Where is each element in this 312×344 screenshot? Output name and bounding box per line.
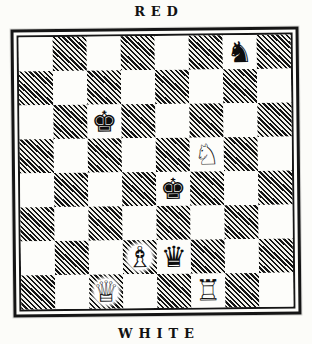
square-b3[interactable]: [54, 207, 88, 241]
board-grid: ♞♚♘♚♗♛♕♖: [19, 35, 294, 310]
square-e6[interactable]: [155, 104, 189, 138]
white-knight[interactable]: ♘: [191, 137, 223, 171]
square-c8[interactable]: [87, 36, 121, 70]
square-g3[interactable]: [224, 205, 258, 239]
square-h2[interactable]: [259, 239, 293, 273]
square-d8[interactable]: [121, 36, 155, 70]
square-f4[interactable]: [190, 171, 224, 205]
square-h4[interactable]: [258, 171, 292, 205]
square-b6[interactable]: [53, 105, 87, 139]
square-e8[interactable]: [155, 36, 189, 70]
white-rook[interactable]: ♖: [192, 273, 224, 307]
square-g4[interactable]: [224, 171, 258, 205]
square-a2[interactable]: [21, 241, 55, 275]
square-e1[interactable]: [157, 274, 191, 308]
red-knight[interactable]: ♞: [224, 35, 256, 69]
square-a8[interactable]: [19, 37, 53, 71]
square-b7[interactable]: [53, 71, 87, 105]
square-g1[interactable]: [225, 273, 259, 307]
square-h6[interactable]: [257, 103, 291, 137]
square-f6[interactable]: [189, 103, 223, 137]
square-c5[interactable]: [88, 138, 122, 172]
square-d3[interactable]: [122, 206, 156, 240]
square-f8[interactable]: [189, 35, 223, 69]
square-b2[interactable]: [55, 241, 89, 275]
white-side-label: WHITE: [0, 326, 312, 341]
square-h8[interactable]: [257, 35, 291, 69]
white-queen[interactable]: ♕: [90, 274, 122, 308]
square-g7[interactable]: [223, 69, 257, 103]
square-g2[interactable]: [225, 239, 259, 273]
square-a6[interactable]: [19, 105, 53, 139]
white-bishop[interactable]: ♗: [124, 240, 156, 274]
square-b1[interactable]: [55, 275, 89, 309]
square-c4[interactable]: [88, 172, 122, 206]
square-f1[interactable]: ♖: [191, 273, 225, 307]
square-a1[interactable]: [21, 275, 55, 309]
square-b5[interactable]: [54, 139, 88, 173]
square-e4[interactable]: ♚: [156, 172, 190, 206]
square-h7[interactable]: [257, 69, 291, 103]
square-e7[interactable]: [155, 70, 189, 104]
square-g5[interactable]: [224, 137, 258, 171]
square-d5[interactable]: [122, 138, 156, 172]
square-c7[interactable]: [87, 70, 121, 104]
square-e5[interactable]: [156, 138, 190, 172]
square-d7[interactable]: [121, 70, 155, 104]
square-f2[interactable]: [191, 239, 225, 273]
chess-board-frame: ♞♚♘♚♗♛♕♖: [10, 26, 301, 317]
square-d4[interactable]: [122, 172, 156, 206]
square-e2[interactable]: ♛: [157, 240, 191, 274]
square-b4[interactable]: [54, 173, 88, 207]
square-c2[interactable]: [89, 240, 123, 274]
square-c6[interactable]: ♚: [87, 104, 121, 138]
square-c3[interactable]: [88, 206, 122, 240]
square-a3[interactable]: [20, 207, 54, 241]
square-a7[interactable]: [19, 71, 53, 105]
square-h5[interactable]: [258, 137, 292, 171]
square-f3[interactable]: [190, 205, 224, 239]
square-d1[interactable]: [123, 274, 157, 308]
square-a4[interactable]: [20, 173, 54, 207]
red-king[interactable]: ♚: [88, 104, 120, 138]
square-h3[interactable]: [258, 205, 292, 239]
square-d6[interactable]: [121, 104, 155, 138]
square-h1[interactable]: [259, 273, 293, 307]
red-queen[interactable]: ♛: [158, 240, 190, 274]
square-f7[interactable]: [189, 69, 223, 103]
white-king[interactable]: ♚: [157, 172, 189, 206]
red-side-label: RED: [0, 4, 312, 19]
square-g6[interactable]: [223, 103, 257, 137]
square-a5[interactable]: [20, 139, 54, 173]
chess-board-inner-border: ♞♚♘♚♗♛♕♖: [17, 33, 296, 312]
square-d2[interactable]: ♗: [123, 240, 157, 274]
square-f5[interactable]: ♘: [190, 137, 224, 171]
square-g8[interactable]: ♞: [223, 35, 257, 69]
square-e3[interactable]: [156, 206, 190, 240]
square-c1[interactable]: ♕: [89, 274, 123, 308]
square-b8[interactable]: [53, 37, 87, 71]
